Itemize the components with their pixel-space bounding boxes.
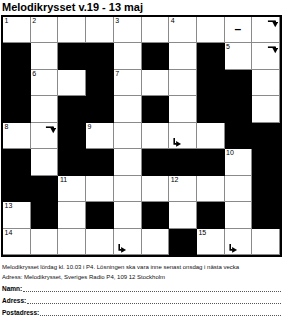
cell-r2c1	[3, 43, 31, 69]
cell-r4c1	[3, 96, 31, 122]
cell-r8c4	[86, 202, 114, 228]
cell-r6c5[interactable]	[114, 149, 142, 175]
namn-label: Namn:	[2, 285, 22, 293]
postadress-label: Postadress:	[2, 309, 39, 317]
clue-number: 10	[226, 149, 234, 157]
address-text: Adress: Melodikrysset, Sveriges Radio P4…	[2, 273, 281, 281]
cell-r4c8	[197, 96, 225, 122]
cell-r8c6	[142, 202, 170, 228]
form-row-namn: Namn:	[2, 285, 281, 293]
cell-r3c9	[225, 70, 253, 96]
cell-r3c2[interactable]: 6	[31, 70, 59, 96]
cell-r2c8	[197, 43, 225, 69]
cell-r3c10[interactable]	[252, 70, 280, 96]
cell-r6c4	[86, 149, 114, 175]
cell-r5c5[interactable]	[114, 123, 142, 149]
clue-number: 15	[198, 229, 206, 237]
cell-r9c9[interactable]	[225, 229, 253, 255]
cell-r5c7[interactable]	[169, 123, 197, 149]
cell-r1c6[interactable]	[142, 17, 170, 43]
cell-r4c2[interactable]	[31, 96, 59, 122]
cell-r1c9[interactable]: –	[225, 17, 253, 43]
cell-r9c10[interactable]	[252, 229, 280, 255]
cell-r8c7[interactable]	[169, 202, 197, 228]
cell-r8c8	[197, 202, 225, 228]
cell-r7c1	[3, 176, 31, 202]
cell-r1c10[interactable]	[252, 17, 280, 43]
arrow-down-right-icon	[227, 243, 238, 254]
cell-r9c7	[169, 229, 197, 255]
cell-r6c2[interactable]	[31, 149, 59, 175]
broadcast-info-text: Melodikrysset lördag kl. 10.03 i P4. Lös…	[2, 263, 281, 271]
cell-r3c1	[3, 70, 31, 96]
clue-number: 9	[88, 123, 92, 131]
cell-r5c2[interactable]	[31, 123, 59, 149]
cell-r5c9	[225, 123, 253, 149]
cell-r8c2	[31, 202, 59, 228]
form-row-adress: Adress:	[2, 297, 281, 305]
cell-r7c7[interactable]: 12	[169, 176, 197, 202]
clue-number: 5	[226, 43, 230, 51]
cell-r8c1[interactable]: 13	[3, 202, 31, 228]
cell-r2c9[interactable]: 5	[225, 43, 253, 69]
clue-number: 13	[5, 202, 13, 210]
cell-r4c10[interactable]	[252, 96, 280, 122]
cell-r2c6	[142, 43, 170, 69]
clue-number: 4	[171, 17, 175, 25]
cell-r4c5[interactable]	[114, 96, 142, 122]
postadress-input-line[interactable]	[40, 309, 281, 316]
cell-r1c2[interactable]: 2	[31, 17, 59, 43]
cell-r6c7	[169, 149, 197, 175]
cell-r8c9[interactable]	[225, 202, 253, 228]
cell-r6c8	[197, 149, 225, 175]
cell-r1c1[interactable]: 1	[3, 17, 31, 43]
cell-r4c7[interactable]	[169, 96, 197, 122]
clue-number: 3	[115, 17, 119, 25]
cell-r9c6[interactable]	[142, 229, 170, 255]
cell-r5c10	[252, 123, 280, 149]
cell-r5c1[interactable]: 8	[3, 123, 31, 149]
cell-r4c9	[225, 96, 253, 122]
arrow-down-right-icon	[171, 137, 182, 148]
form-row-postadress: Postadress:	[2, 309, 281, 317]
dash-marker: –	[235, 22, 242, 36]
namn-input-line[interactable]	[23, 285, 281, 292]
adress-label: Adress:	[2, 297, 26, 305]
cell-r7c5[interactable]	[114, 176, 142, 202]
cell-r7c6[interactable]	[142, 176, 170, 202]
cell-r6c9[interactable]: 10	[225, 149, 253, 175]
cell-r7c4[interactable]	[86, 176, 114, 202]
cell-r2c7[interactable]	[169, 43, 197, 69]
cell-r2c10[interactable]	[252, 43, 280, 69]
clue-number: 6	[32, 70, 36, 78]
cell-r3c5[interactable]: 7	[114, 70, 142, 96]
clue-number: 12	[171, 176, 179, 184]
cell-r4c6	[142, 96, 170, 122]
clue-number: 8	[5, 123, 9, 131]
cell-r2c2[interactable]	[31, 43, 59, 69]
cell-r5c4[interactable]: 9	[86, 123, 114, 149]
cell-r9c5[interactable]	[114, 229, 142, 255]
cell-r7c9[interactable]	[225, 176, 253, 202]
cell-r2c3	[58, 43, 86, 69]
clue-number: 7	[115, 70, 119, 78]
clue-number: 14	[5, 229, 13, 237]
cell-r9c8[interactable]: 15	[197, 229, 225, 255]
cell-r5c3	[58, 123, 86, 149]
cell-r8c3[interactable]	[58, 202, 86, 228]
page-title: Melodikrysset v.19 - 13 maj	[2, 1, 283, 13]
footer: Melodikrysset lördag kl. 10.03 i P4. Lös…	[2, 263, 281, 317]
clue-number: 2	[32, 17, 36, 25]
cell-r1c8[interactable]	[197, 17, 225, 43]
cell-r3c4	[86, 70, 114, 96]
cell-r2c5[interactable]	[114, 43, 142, 69]
clue-number: 11	[60, 176, 67, 184]
arrow-right-down-icon	[267, 18, 278, 29]
arrow-down-right-icon	[116, 243, 127, 254]
cell-r6c1	[3, 149, 31, 175]
cell-r6c3	[58, 149, 86, 175]
cell-r9c3[interactable]	[58, 229, 86, 255]
cell-r6c6	[142, 149, 170, 175]
cell-r8c5[interactable]	[114, 202, 142, 228]
cell-r1c4[interactable]	[86, 17, 114, 43]
cell-r4c4	[86, 96, 114, 122]
adress-input-line[interactable]	[27, 297, 281, 304]
cell-r3c6[interactable]	[142, 70, 170, 96]
clue-number: 1	[5, 17, 9, 25]
cell-r7c2	[31, 176, 59, 202]
cell-r1c7[interactable]: 4	[169, 17, 197, 43]
cell-r3c3[interactable]	[58, 70, 86, 96]
cell-r7c3[interactable]: 11	[58, 176, 86, 202]
cell-r9c1[interactable]: 14	[3, 229, 31, 255]
melodikrysset-page: Melodikrysset v.19 - 13 maj 1234–5678910…	[0, 1, 283, 317]
cell-r5c6[interactable]	[142, 123, 170, 149]
cell-r6c10	[252, 149, 280, 175]
cell-r7c8[interactable]	[197, 176, 225, 202]
cell-r1c3[interactable]	[58, 17, 86, 43]
cell-r4c3	[58, 96, 86, 122]
cell-r3c7[interactable]	[169, 70, 197, 96]
arrow-right-down-icon	[267, 44, 278, 55]
cell-r2c4	[86, 43, 114, 69]
crossword-grid: 1234–56789101112131415	[1, 15, 282, 257]
cell-r5c8[interactable]	[197, 123, 225, 149]
cell-r9c2[interactable]	[31, 229, 59, 255]
cell-r3c8	[197, 70, 225, 96]
cell-r9c4[interactable]	[86, 229, 114, 255]
cell-r1c5[interactable]: 3	[114, 17, 142, 43]
cell-r7c10	[252, 176, 280, 202]
cell-r8c10	[252, 202, 280, 228]
arrow-right-down-icon	[45, 124, 56, 135]
